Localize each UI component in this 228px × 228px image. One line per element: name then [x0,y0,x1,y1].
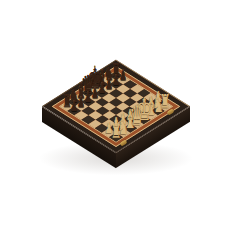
king-finial [94,65,96,68]
chess-board [42,60,189,153]
chess-set-photo: ♜♞♝♛♚♝♞♜♟♟♟♟♟♟♟♟♟♟♟♟♟♟♟♟♜♞♝♛♚♝♞♜ [0,0,228,228]
